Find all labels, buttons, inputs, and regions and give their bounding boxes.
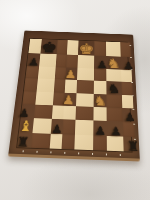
square-g2 [17,147,31,148]
square-f7 [77,68,94,81]
square-d4 [107,107,122,121]
board-grid: ♚♚♟♟♞♟♟♞♟♞♟♟♝♟♟♟♜♜ [17,39,131,152]
square-a4 [63,106,76,120]
square-f4 [62,120,76,135]
square-b3 [50,134,62,149]
square-c3 [61,134,75,150]
square-b5 [36,91,54,105]
square-b4 [76,106,94,120]
photo-scene: ♚♚♟♟♞♟♟♞♟♞♟♟♝♟♟♟♜♜ [0,0,150,200]
square-c6 [37,79,55,92]
square-g6 [94,81,107,94]
square-c8 [67,40,79,55]
square-g1 [17,147,31,148]
square-d8 [94,41,106,56]
square-e6 [65,80,78,93]
square-e7 [55,67,66,80]
square-e4 [33,118,52,133]
square-g4 [75,120,93,135]
square-a3 [31,133,51,149]
gold-bishop-a2: ♝ [18,119,33,134]
square-d3 [75,134,94,150]
board-rotation-wrapper: ♚♚♟♟♞♟♟♞♟♞♟♟♝♟♟♟♜♜ [8,0,146,159]
square-h7 [107,69,121,82]
square-a7 [66,55,78,68]
square-d6 [54,79,65,92]
square-a8 [28,39,42,54]
square-e8 [106,42,120,57]
square-c5 [53,92,65,106]
square-g5 [34,105,53,119]
square-g8 [39,54,56,68]
frame-coordinate-marks-bottom [23,150,126,156]
square-e5 [107,94,122,108]
square-d5 [76,93,94,107]
square-g3 [17,147,31,148]
square-c4 [94,107,108,121]
square-h5 [52,105,64,119]
chess-board: ♚♚♟♟♞♟♟♞♟♞♟♟♝♟♟♟♜♜ [8,31,140,162]
square-b7 [78,55,95,69]
square-d7 [38,67,56,80]
square-e3 [93,135,107,151]
black-rook-a1: ♜ [15,133,31,149]
black-pawn-a3: ♟ [17,105,32,119]
square-f3 [107,136,123,152]
square-g7 [94,69,107,82]
square-f6 [77,80,94,93]
